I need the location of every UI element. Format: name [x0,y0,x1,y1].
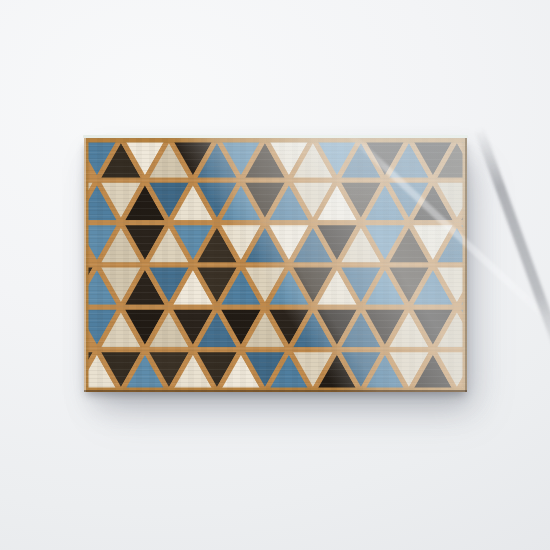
glass-panel [84,138,467,392]
reflection-dark-streak [474,127,550,365]
glass-bottom-edge [84,390,467,392]
glass-right-edge [465,138,467,392]
glass-top-edge [83,135,468,138]
glass-left-edge [84,138,86,392]
mosaic-svg [84,138,467,392]
wall [0,0,550,550]
